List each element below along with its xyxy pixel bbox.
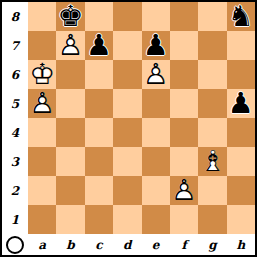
- rank-labels: 87654321: [2, 2, 28, 234]
- white-pawn-icon: ♙: [28, 89, 56, 118]
- square-b3[interactable]: [56, 147, 84, 176]
- square-c5[interactable]: [85, 89, 113, 118]
- square-d4[interactable]: [113, 118, 141, 147]
- square-g3[interactable]: ♝♗: [198, 147, 226, 176]
- square-b8[interactable]: ♚: [56, 2, 84, 31]
- white-pawn-icon: ♙: [142, 60, 170, 89]
- file-label-b: b: [56, 234, 84, 255]
- square-h6[interactable]: [227, 60, 255, 89]
- rank-label-4: 4: [2, 118, 28, 147]
- file-label-f: f: [170, 234, 198, 255]
- rank-label-2: 2: [2, 176, 28, 205]
- square-g6[interactable]: [198, 60, 226, 89]
- square-b5[interactable]: [56, 89, 84, 118]
- square-a7[interactable]: [28, 31, 56, 60]
- rank-label-1: 1: [2, 205, 28, 234]
- white-pawn-icon: ♙: [56, 31, 84, 60]
- square-a1[interactable]: [28, 205, 56, 234]
- square-e2[interactable]: [142, 176, 170, 205]
- black-king-icon: ♚: [56, 2, 84, 31]
- file-labels: abcdefgh: [28, 234, 255, 255]
- square-h8[interactable]: ♞: [227, 2, 255, 31]
- black-pawn-icon: ♟: [85, 31, 113, 60]
- square-f2[interactable]: ♟♙: [170, 176, 198, 205]
- square-c4[interactable]: [85, 118, 113, 147]
- black-knight-icon: ♞: [227, 2, 255, 31]
- square-h7[interactable]: [227, 31, 255, 60]
- square-e4[interactable]: [142, 118, 170, 147]
- white-king-icon: ♔: [28, 60, 56, 89]
- piece-white-pawn: ♟♙: [170, 176, 198, 205]
- square-a4[interactable]: [28, 118, 56, 147]
- square-a3[interactable]: [28, 147, 56, 176]
- square-d5[interactable]: [113, 89, 141, 118]
- square-d6[interactable]: [113, 60, 141, 89]
- square-b6[interactable]: [56, 60, 84, 89]
- chess-board: ♚♞♟♙♟♟♚♔♟♙♟♙♟♝♗♟♙: [28, 2, 255, 234]
- square-a6[interactable]: ♚♔: [28, 60, 56, 89]
- square-f3[interactable]: [170, 147, 198, 176]
- square-e8[interactable]: [142, 2, 170, 31]
- square-g7[interactable]: [198, 31, 226, 60]
- square-g2[interactable]: [198, 176, 226, 205]
- square-d3[interactable]: [113, 147, 141, 176]
- square-c1[interactable]: [85, 205, 113, 234]
- square-b4[interactable]: [56, 118, 84, 147]
- file-label-g: g: [198, 234, 226, 255]
- square-h2[interactable]: [227, 176, 255, 205]
- file-label-d: d: [113, 234, 141, 255]
- square-e7[interactable]: ♟: [142, 31, 170, 60]
- square-e3[interactable]: [142, 147, 170, 176]
- square-e5[interactable]: [142, 89, 170, 118]
- piece-black-pawn: ♟: [85, 31, 113, 60]
- square-c8[interactable]: [85, 2, 113, 31]
- square-f1[interactable]: [170, 205, 198, 234]
- square-f4[interactable]: [170, 118, 198, 147]
- piece-white-bishop: ♝♗: [198, 147, 226, 176]
- file-label-e: e: [142, 234, 170, 255]
- black-pawn-icon: ♟: [142, 31, 170, 60]
- square-f7[interactable]: [170, 31, 198, 60]
- square-h5[interactable]: ♟: [227, 89, 255, 118]
- piece-white-king: ♚♔: [28, 60, 56, 89]
- rank-label-8: 8: [2, 2, 28, 31]
- square-b7[interactable]: ♟♙: [56, 31, 84, 60]
- square-f6[interactable]: [170, 60, 198, 89]
- rank-label-5: 5: [2, 89, 28, 118]
- square-f5[interactable]: [170, 89, 198, 118]
- white-to-move-icon: [6, 236, 24, 254]
- piece-black-pawn: ♟: [142, 31, 170, 60]
- square-g8[interactable]: [198, 2, 226, 31]
- square-c7[interactable]: ♟: [85, 31, 113, 60]
- square-h3[interactable]: [227, 147, 255, 176]
- square-d2[interactable]: [113, 176, 141, 205]
- piece-white-pawn: ♟♙: [28, 89, 56, 118]
- square-d7[interactable]: [113, 31, 141, 60]
- square-c2[interactable]: [85, 176, 113, 205]
- square-b1[interactable]: [56, 205, 84, 234]
- square-h4[interactable]: [227, 118, 255, 147]
- square-g4[interactable]: [198, 118, 226, 147]
- chess-diagram: 87654321 ♚♞♟♙♟♟♚♔♟♙♟♙♟♝♗♟♙ abcdefgh: [0, 0, 257, 257]
- square-h1[interactable]: [227, 205, 255, 234]
- square-a2[interactable]: [28, 176, 56, 205]
- rank-label-7: 7: [2, 31, 28, 60]
- square-d8[interactable]: [113, 2, 141, 31]
- piece-white-pawn: ♟♙: [142, 60, 170, 89]
- square-e1[interactable]: [142, 205, 170, 234]
- square-a5[interactable]: ♟♙: [28, 89, 56, 118]
- square-g1[interactable]: [198, 205, 226, 234]
- square-g5[interactable]: [198, 89, 226, 118]
- piece-white-pawn: ♟♙: [56, 31, 84, 60]
- file-label-h: h: [227, 234, 255, 255]
- square-d1[interactable]: [113, 205, 141, 234]
- square-b2[interactable]: [56, 176, 84, 205]
- square-c3[interactable]: [85, 147, 113, 176]
- rank-label-3: 3: [2, 147, 28, 176]
- piece-black-pawn: ♟: [227, 89, 255, 118]
- square-c6[interactable]: [85, 60, 113, 89]
- piece-black-knight: ♞: [227, 2, 255, 31]
- to-move-indicator: [2, 234, 28, 255]
- square-e6[interactable]: ♟♙: [142, 60, 170, 89]
- black-pawn-icon: ♟: [227, 89, 255, 118]
- rank-label-6: 6: [2, 60, 28, 89]
- white-bishop-icon: ♗: [198, 147, 226, 176]
- square-a8[interactable]: [28, 2, 56, 31]
- file-label-c: c: [85, 234, 113, 255]
- white-pawn-icon: ♙: [170, 176, 198, 205]
- piece-black-king: ♚: [56, 2, 84, 31]
- file-label-a: a: [28, 234, 56, 255]
- square-f8[interactable]: [170, 2, 198, 31]
